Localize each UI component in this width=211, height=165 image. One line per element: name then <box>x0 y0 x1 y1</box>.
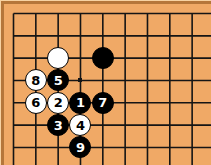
stone-black-move-5: 5 <box>47 69 69 91</box>
move-number-label: 6 <box>31 96 40 109</box>
stone-black-plain <box>92 47 114 69</box>
stone-black-move-9: 9 <box>69 136 91 158</box>
star-point-marker <box>78 78 82 82</box>
stone-black-move-7: 7 <box>92 92 114 114</box>
move-number-label: 4 <box>76 119 85 132</box>
stone-white-move-8: 8 <box>25 69 47 91</box>
move-number-label: 2 <box>54 96 63 109</box>
stone-white-plain <box>47 47 69 69</box>
move-number-label: 8 <box>31 74 40 87</box>
stones-layer: 856217349 <box>0 0 211 165</box>
stone-white-move-2: 2 <box>47 92 69 114</box>
go-board-diagram: 856217349 <box>0 0 211 165</box>
move-number-label: 5 <box>54 74 63 87</box>
stone-white-move-6: 6 <box>25 92 47 114</box>
stone-black-move-3: 3 <box>47 114 69 136</box>
move-number-label: 3 <box>54 119 63 132</box>
move-number-label: 7 <box>98 96 107 109</box>
stone-white-move-4: 4 <box>69 114 91 136</box>
move-number-label: 9 <box>76 141 85 154</box>
stone-black-move-1: 1 <box>69 92 91 114</box>
move-number-label: 1 <box>76 96 85 109</box>
